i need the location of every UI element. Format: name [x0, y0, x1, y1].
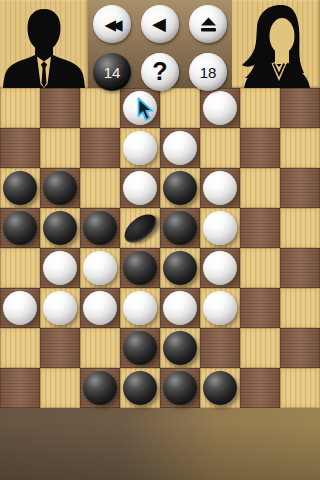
cell-f5[interactable]: [200, 248, 240, 288]
cell-e7[interactable]: [160, 328, 200, 368]
black-disc: [3, 211, 37, 245]
cell-a7[interactable]: [0, 328, 40, 368]
black-disc: [123, 251, 157, 285]
cell-h6[interactable]: [280, 288, 320, 328]
white-disc: [43, 291, 77, 325]
black-disc: [123, 371, 157, 405]
cell-d6[interactable]: [120, 288, 160, 328]
cell-d5[interactable]: [120, 248, 160, 288]
cell-c1[interactable]: [80, 88, 120, 128]
cell-f3[interactable]: [200, 168, 240, 208]
cell-h2[interactable]: [280, 128, 320, 168]
black-disc: [163, 251, 197, 285]
cell-b2[interactable]: [40, 128, 80, 168]
cell-a8[interactable]: [0, 368, 40, 408]
rewind-button[interactable]: ◀◀: [93, 5, 131, 43]
cell-a5[interactable]: [0, 248, 40, 288]
cell-a4[interactable]: [0, 208, 40, 248]
question-mark-icon: ?: [152, 57, 167, 86]
rewind-icon: ◀◀: [104, 17, 117, 32]
white-disc: [83, 251, 117, 285]
cell-b3[interactable]: [40, 168, 80, 208]
cell-e6[interactable]: [160, 288, 200, 328]
hint-button[interactable]: ?: [141, 53, 179, 91]
cell-a6[interactable]: [0, 288, 40, 328]
cell-c3[interactable]: [80, 168, 120, 208]
white-score-disc: 18: [189, 53, 227, 91]
game-screen: ◀◀ ◀ 14 ? 18: [0, 0, 320, 480]
eject-button[interactable]: [189, 5, 227, 43]
cell-c6[interactable]: [80, 288, 120, 328]
board: [0, 88, 320, 408]
white-player-avatar: [232, 0, 320, 88]
cell-d3[interactable]: [120, 168, 160, 208]
mouse-cursor-icon: [137, 97, 154, 122]
cell-g8[interactable]: [240, 368, 280, 408]
black-player-avatar: [0, 0, 88, 88]
cell-e8[interactable]: [160, 368, 200, 408]
cell-a2[interactable]: [0, 128, 40, 168]
white-disc: [123, 131, 157, 165]
cell-c8[interactable]: [80, 368, 120, 408]
cell-c2[interactable]: [80, 128, 120, 168]
white-score: 18: [200, 64, 217, 81]
black-disc: [163, 171, 197, 205]
white-disc: [203, 251, 237, 285]
white-disc: [163, 131, 197, 165]
cell-g6[interactable]: [240, 288, 280, 328]
cell-e1[interactable]: [160, 88, 200, 128]
cell-d7[interactable]: [120, 328, 160, 368]
man-silhouette-icon: [0, 0, 88, 88]
white-disc: [203, 91, 237, 125]
cell-b1[interactable]: [40, 88, 80, 128]
cell-e3[interactable]: [160, 168, 200, 208]
cell-h7[interactable]: [280, 328, 320, 368]
cell-b7[interactable]: [40, 328, 80, 368]
cell-c4[interactable]: [80, 208, 120, 248]
white-disc: [163, 291, 197, 325]
white-disc: [123, 291, 157, 325]
black-disc: [43, 171, 77, 205]
cell-h8[interactable]: [280, 368, 320, 408]
cell-a1[interactable]: [0, 88, 40, 128]
cell-h4[interactable]: [280, 208, 320, 248]
cell-a3[interactable]: [0, 168, 40, 208]
cell-h1[interactable]: [280, 88, 320, 128]
cell-e4[interactable]: [160, 208, 200, 248]
black-disc: [3, 171, 37, 205]
white-disc: [203, 291, 237, 325]
cell-e5[interactable]: [160, 248, 200, 288]
black-score: 14: [104, 64, 121, 81]
cell-c5[interactable]: [80, 248, 120, 288]
cell-d2[interactable]: [120, 128, 160, 168]
cell-b5[interactable]: [40, 248, 80, 288]
cell-f6[interactable]: [200, 288, 240, 328]
white-disc: [83, 291, 117, 325]
control-panel: ◀◀ ◀ 14 ? 18: [88, 0, 232, 88]
black-disc: [163, 211, 197, 245]
white-disc: [203, 171, 237, 205]
cell-e2[interactable]: [160, 128, 200, 168]
cell-d4[interactable]: [120, 208, 160, 248]
back-arrow-icon: ◀: [152, 15, 166, 33]
flipping-disc: [119, 208, 161, 247]
black-disc: [83, 371, 117, 405]
cell-d8[interactable]: [120, 368, 160, 408]
cell-f1[interactable]: [200, 88, 240, 128]
black-disc: [43, 211, 77, 245]
cell-g4[interactable]: [240, 208, 280, 248]
cell-h3[interactable]: [280, 168, 320, 208]
white-disc: [203, 211, 237, 245]
undo-button[interactable]: ◀: [141, 5, 179, 43]
cell-b6[interactable]: [40, 288, 80, 328]
cell-g1[interactable]: [240, 88, 280, 128]
top-bar: ◀◀ ◀ 14 ? 18: [0, 0, 320, 88]
white-disc: [43, 251, 77, 285]
black-disc: [163, 371, 197, 405]
white-disc: [123, 171, 157, 205]
cell-g3[interactable]: [240, 168, 280, 208]
cell-f4[interactable]: [200, 208, 240, 248]
cell-f7[interactable]: [200, 328, 240, 368]
cell-b8[interactable]: [40, 368, 80, 408]
cell-f8[interactable]: [200, 368, 240, 408]
white-disc: [3, 291, 37, 325]
black-disc: [203, 371, 237, 405]
eject-icon: [200, 17, 217, 32]
cell-g2[interactable]: [240, 128, 280, 168]
black-score-disc: 14: [93, 53, 131, 91]
black-disc: [163, 331, 197, 365]
cell-b4[interactable]: [40, 208, 80, 248]
cell-g7[interactable]: [240, 328, 280, 368]
cell-f2[interactable]: [200, 128, 240, 168]
black-disc: [123, 331, 157, 365]
cell-g5[interactable]: [240, 248, 280, 288]
cell-c7[interactable]: [80, 328, 120, 368]
woman-silhouette-icon: [232, 0, 320, 88]
black-disc: [83, 211, 117, 245]
cell-h5[interactable]: [280, 248, 320, 288]
